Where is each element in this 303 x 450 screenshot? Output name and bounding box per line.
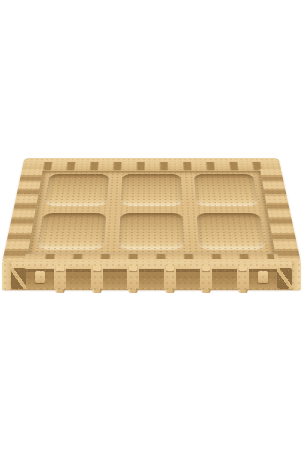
peg bbox=[239, 264, 247, 271]
peg bbox=[129, 264, 137, 271]
pillar bbox=[91, 262, 103, 290]
pit-r2c3 bbox=[197, 213, 266, 249]
knob-panel-right bbox=[249, 269, 277, 290]
front-recess bbox=[103, 269, 128, 290]
tray-top-surface bbox=[2, 158, 301, 263]
pit-r2c2 bbox=[118, 213, 184, 249]
pillar bbox=[200, 262, 212, 290]
front-face bbox=[2, 262, 301, 290]
knob-right bbox=[258, 271, 268, 283]
pillar bbox=[54, 262, 66, 290]
knob-panel-left bbox=[26, 269, 54, 290]
foot-tab bbox=[165, 289, 174, 293]
end-cap-right bbox=[292, 262, 301, 290]
peg bbox=[56, 264, 64, 271]
rim-back-castellated bbox=[21, 158, 281, 172]
product-photo-canvas bbox=[0, 0, 303, 450]
front-recess bbox=[139, 269, 164, 290]
rim-back-notch-slots bbox=[30, 162, 274, 171]
pillar bbox=[127, 262, 139, 290]
front-recess bbox=[176, 269, 201, 290]
front-recess bbox=[212, 269, 237, 290]
pit-r2c1 bbox=[37, 213, 106, 249]
pit-r1c2 bbox=[120, 174, 182, 206]
corner-brace-right bbox=[277, 268, 292, 289]
corner-brace-left bbox=[11, 268, 26, 289]
foot-tab bbox=[129, 289, 138, 293]
foot-tab bbox=[92, 289, 101, 293]
front-rim-bumps bbox=[32, 262, 271, 268]
peg bbox=[93, 264, 101, 271]
pit-r1c1 bbox=[45, 174, 109, 206]
foot-tab bbox=[238, 289, 247, 293]
pillar bbox=[237, 262, 249, 290]
foot-tab bbox=[56, 289, 65, 293]
foot-tab bbox=[202, 289, 211, 293]
pit-grid-3x2 bbox=[37, 174, 265, 249]
tray-floor bbox=[28, 171, 276, 254]
knob-left bbox=[35, 271, 45, 283]
pit-r1c3 bbox=[194, 174, 258, 206]
peg bbox=[202, 264, 210, 271]
end-cap-left bbox=[2, 262, 11, 290]
front-recess bbox=[66, 269, 91, 290]
peg bbox=[166, 264, 174, 271]
rim-front-notch-slots bbox=[29, 254, 275, 259]
pillar bbox=[164, 262, 176, 290]
